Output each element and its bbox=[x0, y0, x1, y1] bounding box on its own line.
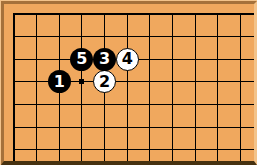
stone-black-move-3: 3 bbox=[93, 48, 116, 71]
move-number: 4 bbox=[122, 51, 133, 67]
go-board: 12345 bbox=[4, 4, 254, 161]
stone-black-move-5: 5 bbox=[70, 48, 93, 71]
hoshi-star-point-marker bbox=[79, 79, 84, 84]
stones-grid: 12345 bbox=[4, 4, 252, 161]
board-frame: 12345 bbox=[1, 1, 257, 165]
stone-white-move-4: 4 bbox=[116, 48, 139, 71]
move-number: 2 bbox=[99, 74, 110, 90]
stone-black-move-1: 1 bbox=[48, 70, 71, 93]
go-diagram: 12345 bbox=[0, 0, 257, 165]
move-number: 1 bbox=[54, 74, 65, 90]
move-number: 5 bbox=[76, 51, 87, 67]
move-number: 3 bbox=[99, 51, 110, 67]
stone-white-move-2: 2 bbox=[93, 70, 116, 93]
